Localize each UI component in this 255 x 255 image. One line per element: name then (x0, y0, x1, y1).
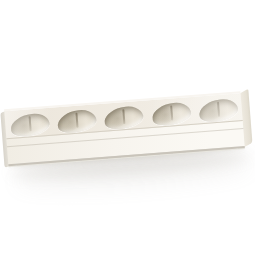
pit-crease (76, 113, 79, 128)
board-photo-scene (0, 0, 255, 255)
pit-crease (170, 106, 173, 121)
pit-crease (28, 117, 31, 132)
pit-crease (123, 109, 126, 124)
pit-crease (217, 102, 220, 117)
